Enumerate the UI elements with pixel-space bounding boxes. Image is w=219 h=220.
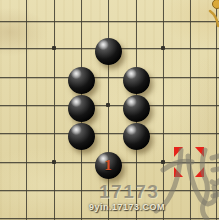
marker-corner-top-right [195,147,204,157]
watermark-site-url: 9yin.17173.COM [89,202,165,212]
marker-corner-top-left [174,147,183,157]
last-move-number-label: 1 [95,152,122,179]
black-stone [95,38,122,65]
black-stone [123,95,150,122]
grid-hline [0,133,219,134]
hoshi-point [161,160,165,164]
black-stone [123,123,150,150]
black-stone [68,67,95,94]
hoshi-point [161,46,165,50]
grid-vline [190,0,191,220]
grid-hline [0,218,219,219]
hoshi-point [106,103,110,107]
black-stone [68,95,95,122]
grid-vline [216,0,217,220]
grid-vline [26,0,27,220]
marker-corner-bottom-right [195,167,204,177]
black-stone: 1 [95,152,122,179]
marker-corner-bottom-left [174,167,183,177]
black-stone [123,67,150,94]
hoshi-point [52,46,56,50]
hoshi-point [52,160,56,164]
go-game-screenshot: 1 17173 9yin.17173.COM [0,0,219,220]
black-stone [68,123,95,150]
grid-vline [54,0,55,220]
grid-vline [163,0,164,220]
grid-hline [0,21,219,22]
watermark-17173: 17173 [99,181,159,203]
grid-hline [0,77,219,78]
